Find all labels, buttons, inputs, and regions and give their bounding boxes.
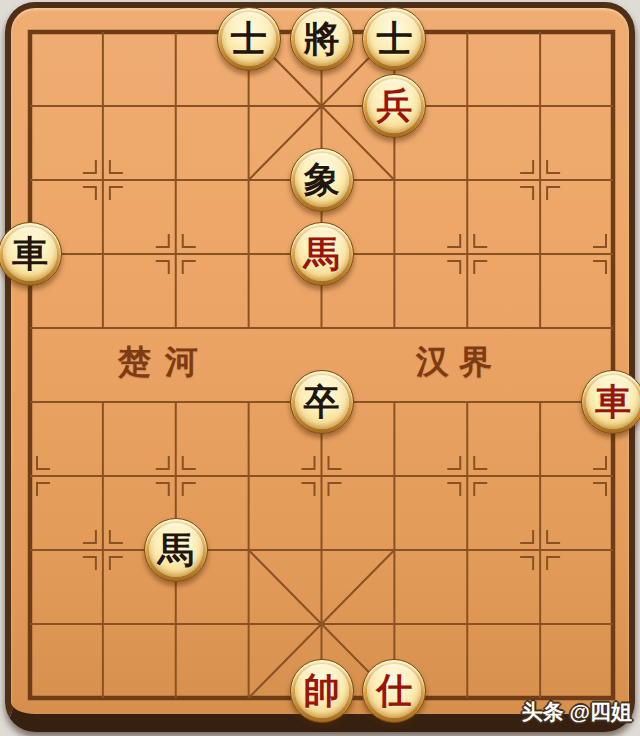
piece-black-advisor-left[interactable]: 士 [217, 7, 281, 71]
piece-char: 馬 [304, 236, 340, 272]
xiangqi-app: 楚河 汉界 士將士兵象車馬卒車馬帥仕 头条 @四姐 [0, 0, 640, 736]
watermark-text: 头条 @四姐 [522, 698, 632, 726]
piece-red-general[interactable]: 帥 [290, 659, 354, 723]
piece-char: 士 [231, 21, 267, 57]
piece-black-chariot[interactable]: 車 [0, 222, 62, 286]
pieces-layer: 士將士兵象車馬卒車馬帥仕 [0, 0, 640, 736]
piece-char: 象 [304, 162, 340, 198]
piece-char: 帥 [304, 673, 340, 709]
piece-black-advisor-right[interactable]: 士 [362, 7, 426, 71]
piece-char: 車 [595, 384, 631, 420]
piece-red-soldier[interactable]: 兵 [362, 74, 426, 138]
piece-black-soldier[interactable]: 卒 [290, 370, 354, 434]
piece-char: 將 [304, 21, 340, 57]
piece-char: 車 [12, 236, 48, 272]
piece-red-advisor[interactable]: 仕 [362, 659, 426, 723]
piece-red-horse[interactable]: 馬 [290, 222, 354, 286]
piece-char: 士 [376, 21, 412, 57]
piece-char: 卒 [304, 384, 340, 420]
piece-char: 仕 [376, 673, 412, 709]
piece-red-chariot[interactable]: 車 [581, 370, 640, 434]
piece-black-horse[interactable]: 馬 [144, 518, 208, 582]
piece-black-general[interactable]: 將 [290, 7, 354, 71]
piece-black-elephant[interactable]: 象 [290, 148, 354, 212]
piece-char: 馬 [158, 532, 194, 568]
piece-char: 兵 [376, 88, 412, 124]
